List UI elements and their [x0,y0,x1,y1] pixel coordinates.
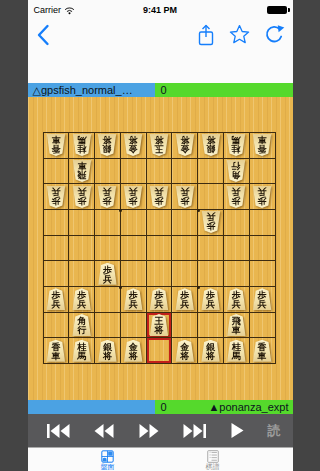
square-5h[interactable]: 王将 [147,313,173,339]
share-icon[interactable] [196,24,216,47]
star-point [119,286,122,289]
piece-桂馬-sente[interactable]: 桂馬 [226,340,246,362]
piece-歩兵-sente[interactable]: 歩兵 [46,288,66,310]
top-player-name-segment: △gpsfish_normal_… [28,83,155,97]
piece-香車-sente[interactable]: 香車 [252,340,272,362]
piece-金将-sente[interactable]: 金将 [175,340,195,362]
square-4i[interactable]: 金将 [172,338,198,364]
square-2d[interactable] [224,210,250,236]
square-7d[interactable] [95,210,121,236]
skip-to-start-button[interactable] [46,423,71,439]
square-1d[interactable] [250,210,276,236]
piece-歩兵-gote[interactable]: 歩兵 [175,186,195,208]
top-player-score: 0 [161,84,167,96]
tab-board[interactable]: 盤面 [90,448,126,471]
piece-玉将-gote[interactable]: 玉将 [149,134,169,156]
piece-香車-gote[interactable]: 香車 [252,134,272,156]
square-3b[interactable] [198,159,224,185]
piece-金将-gote[interactable]: 金将 [123,134,143,156]
piece-香車-sente[interactable]: 香車 [46,340,66,362]
square-2b[interactable]: 角行 [224,159,250,185]
square-1a[interactable]: 香車 [250,133,276,159]
square-6c[interactable]: 歩兵 [121,184,147,210]
piece-歩兵-gote[interactable]: 歩兵 [226,186,246,208]
square-1f[interactable] [250,261,276,287]
refresh-icon[interactable] [264,24,285,46]
square-6e[interactable] [121,236,147,262]
square-2c[interactable]: 歩兵 [224,184,250,210]
square-8d[interactable] [69,210,95,236]
battery-icon [267,6,287,14]
square-7f[interactable]: 歩兵 [95,261,121,287]
piece-桂馬-gote[interactable]: 桂馬 [226,134,246,156]
square-9h[interactable] [44,313,70,339]
piece-歩兵-sente[interactable]: 歩兵 [97,263,117,285]
piece-歩兵-sente[interactable]: 歩兵 [201,288,221,310]
piece-歩兵-gote[interactable]: 歩兵 [123,186,143,208]
square-8i[interactable]: 桂馬 [69,338,95,364]
square-2e[interactable] [224,236,250,262]
rewind-button[interactable] [93,423,115,439]
square-4f[interactable] [172,261,198,287]
back-icon[interactable] [36,24,50,46]
star-icon[interactable] [229,24,250,45]
piece-歩兵-sente[interactable]: 歩兵 [123,288,143,310]
square-3a[interactable]: 銀将 [198,133,224,159]
piece-歩兵-sente[interactable]: 歩兵 [175,288,195,310]
piece-歩兵-sente[interactable]: 歩兵 [252,288,272,310]
square-5a[interactable]: 玉将 [147,133,173,159]
play-button[interactable] [230,422,245,439]
square-8e[interactable] [69,236,95,262]
piece-銀将-gote[interactable]: 銀将 [201,134,221,156]
read-aloud-button[interactable]: 読 [267,422,280,440]
square-1g[interactable]: 歩兵 [250,287,276,313]
square-2g[interactable]: 歩兵 [224,287,250,313]
square-3e[interactable] [198,236,224,262]
piece-歩兵-gote[interactable]: 歩兵 [252,186,272,208]
square-5g[interactable]: 歩兵 [147,287,173,313]
piece-飛車-gote[interactable]: 飛車 [72,160,92,182]
top-player-name: △gpsfish_normal_… [33,84,133,97]
piece-金将-sente[interactable]: 金将 [123,340,143,362]
square-9d[interactable] [44,210,70,236]
skip-to-end-button[interactable] [182,423,207,439]
star-point [197,286,200,289]
bottom-player-name: ▲ponanza_expt [208,401,288,413]
square-7b[interactable] [95,159,121,185]
square-8a[interactable]: 桂馬 [69,133,95,159]
piece-王将-sente[interactable]: 王将 [149,314,169,336]
clock: 9:41 PM [28,5,293,15]
star-point [197,209,200,212]
piece-金将-gote[interactable]: 金将 [175,134,195,156]
square-7i[interactable]: 銀将 [95,338,121,364]
square-5d[interactable] [147,210,173,236]
square-1i[interactable]: 香車 [250,338,276,364]
square-9c[interactable]: 歩兵 [44,184,70,210]
piece-歩兵-gote[interactable]: 歩兵 [46,186,66,208]
bottom-player-score: 0 [161,401,167,413]
square-6h[interactable] [121,313,147,339]
tab-bar: 盤面 棋譜 [28,447,293,471]
square-2h[interactable]: 飛車 [224,313,250,339]
piece-歩兵-gote[interactable]: 歩兵 [201,211,221,233]
square-9g[interactable]: 歩兵 [44,287,70,313]
piece-銀将-sente[interactable]: 銀将 [97,340,117,362]
board-area: 香車桂馬銀将金将玉将金将銀将桂馬香車飛車角行歩兵歩兵歩兵歩兵歩兵歩兵歩兵歩兵歩兵… [28,97,293,400]
square-3d[interactable]: 歩兵 [198,210,224,236]
square-6d[interactable] [121,210,147,236]
square-8g[interactable]: 歩兵 [69,287,95,313]
tab-board-label: 盤面 [101,463,115,471]
tab-kifu-label: 棋譜 [206,463,220,471]
piece-歩兵-gote[interactable]: 歩兵 [149,186,169,208]
piece-角行-sente[interactable]: 角行 [72,314,92,336]
piece-歩兵-gote[interactable]: 歩兵 [72,186,92,208]
square-3f[interactable] [198,261,224,287]
square-2a[interactable]: 桂馬 [224,133,250,159]
top-player-score-segment: 0 [155,83,293,97]
square-3g[interactable]: 歩兵 [198,287,224,313]
piece-香車-gote[interactable]: 香車 [46,134,66,156]
square-2f[interactable] [224,261,250,287]
square-4c[interactable]: 歩兵 [172,184,198,210]
bottom-player-blue-segment [28,400,155,414]
square-8c[interactable]: 歩兵 [69,184,95,210]
square-4d[interactable] [172,210,198,236]
piece-銀将-gote[interactable]: 銀将 [97,134,117,156]
square-4e[interactable] [172,236,198,262]
bottom-player-score-segment: 0 ▲ponanza_expt [155,400,293,414]
square-7c[interactable]: 歩兵 [95,184,121,210]
piece-歩兵-sente[interactable]: 歩兵 [226,288,246,310]
piece-桂馬-sente[interactable]: 桂馬 [72,340,92,362]
square-1h[interactable] [250,313,276,339]
square-5c[interactable]: 歩兵 [147,184,173,210]
square-3h[interactable] [198,313,224,339]
square-1c[interactable]: 歩兵 [250,184,276,210]
square-4a[interactable]: 金将 [172,133,198,159]
square-9e[interactable] [44,236,70,262]
piece-桂馬-gote[interactable]: 桂馬 [72,134,92,156]
tab-kifu[interactable]: 棋譜 [195,448,231,471]
square-6a[interactable]: 金将 [121,133,147,159]
square-3i[interactable]: 銀将 [198,338,224,364]
piece-歩兵-gote[interactable]: 歩兵 [97,186,117,208]
square-8h[interactable]: 角行 [69,313,95,339]
square-6f[interactable] [121,261,147,287]
playback-controls: 読 [28,414,293,447]
square-6g[interactable]: 歩兵 [121,287,147,313]
square-4h[interactable] [172,313,198,339]
square-9a[interactable]: 香車 [44,133,70,159]
app-window: Carrier 9:41 PM △gpsfish_ [28,0,293,471]
square-5f[interactable] [147,261,173,287]
piece-飛車-sente[interactable]: 飛車 [226,314,246,336]
piece-角行-gote[interactable]: 角行 [226,160,246,182]
square-9i[interactable]: 香車 [44,338,70,364]
piece-銀将-sente[interactable]: 銀将 [201,340,221,362]
shogi-board: 香車桂馬銀将金将玉将金将銀将桂馬香車飛車角行歩兵歩兵歩兵歩兵歩兵歩兵歩兵歩兵歩兵… [43,132,276,364]
square-5e[interactable] [147,236,173,262]
top-player-bar: △gpsfish_normal_… 0 [28,83,293,97]
square-9f[interactable] [44,261,70,287]
fast-forward-button[interactable] [138,423,160,439]
square-5i[interactable] [147,338,173,364]
square-9b[interactable] [44,159,70,185]
square-1e[interactable] [250,236,276,262]
bottom-player-bar: 0 ▲ponanza_expt [28,400,293,414]
status-bar: Carrier 9:41 PM [28,0,293,20]
square-5b[interactable] [147,159,173,185]
board-icon [100,450,115,463]
nav-bar [28,20,293,83]
square-2i[interactable]: 桂馬 [224,338,250,364]
square-7g[interactable] [95,287,121,313]
square-4b[interactable] [172,159,198,185]
square-3c[interactable] [198,184,224,210]
square-7a[interactable]: 銀将 [95,133,121,159]
square-6i[interactable]: 金将 [121,338,147,364]
piece-歩兵-sente[interactable]: 歩兵 [149,288,169,310]
kifu-list-icon [206,450,220,463]
piece-歩兵-sente[interactable]: 歩兵 [72,288,92,310]
square-6b[interactable] [121,159,147,185]
square-1b[interactable] [250,159,276,185]
square-8b[interactable]: 飛車 [69,159,95,185]
square-8f[interactable] [69,261,95,287]
square-7e[interactable] [95,236,121,262]
square-4g[interactable]: 歩兵 [172,287,198,313]
star-point [119,209,122,212]
square-7h[interactable] [95,313,121,339]
